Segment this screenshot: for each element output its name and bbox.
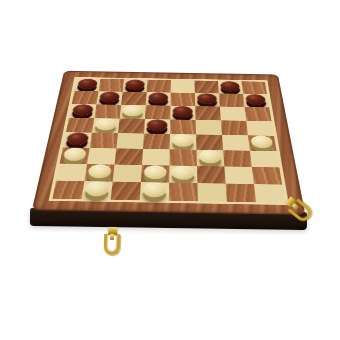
- dark-checker-piece-a3[interactable]: [72, 104, 94, 116]
- dark-checker-piece-a5[interactable]: [66, 132, 90, 145]
- board-square-d1[interactable]: [147, 80, 171, 93]
- board-square-c3[interactable]: [120, 105, 146, 119]
- dark-checker-piece-d2[interactable]: [148, 92, 168, 103]
- board-square-g6[interactable]: [223, 150, 252, 167]
- light-checker-piece-a6[interactable]: [63, 148, 88, 162]
- light-checker-piece-b7[interactable]: [87, 164, 112, 178]
- board-square-c5[interactable]: [116, 133, 144, 149]
- board-square-h4[interactable]: [246, 121, 274, 136]
- board-square-c2[interactable]: [121, 92, 147, 106]
- board-square-f4[interactable]: [196, 120, 222, 135]
- board-square-a1[interactable]: [74, 78, 100, 91]
- light-checker-piece-e5[interactable]: [172, 134, 194, 147]
- board-square-h2[interactable]: [243, 94, 269, 108]
- board-square-d3[interactable]: [145, 105, 171, 119]
- board-square-d8[interactable]: [140, 182, 169, 201]
- board-square-b3[interactable]: [94, 104, 121, 118]
- dark-checker-piece-h2[interactable]: [245, 94, 266, 105]
- board-square-h8[interactable]: [254, 184, 285, 203]
- board-square-a5[interactable]: [63, 132, 92, 148]
- board-square-c7[interactable]: [113, 165, 142, 183]
- board-square-g4[interactable]: [221, 120, 248, 135]
- light-checker-piece-b8[interactable]: [85, 181, 110, 196]
- light-checker-piece-d8[interactable]: [143, 182, 167, 197]
- board-square-b2[interactable]: [96, 91, 122, 105]
- board-square-b7[interactable]: [84, 164, 114, 182]
- board-square-f1[interactable]: [194, 81, 218, 94]
- board-square-c1[interactable]: [123, 79, 148, 92]
- clasp-loop: [104, 234, 121, 256]
- board-square-e3[interactable]: [170, 106, 195, 120]
- dark-checker-piece-a1[interactable]: [77, 79, 98, 89]
- board-square-a6[interactable]: [60, 147, 90, 164]
- dark-checker-piece-g1[interactable]: [220, 81, 240, 92]
- dark-checker-piece-c1[interactable]: [125, 79, 145, 90]
- board-scene: [0, 0, 340, 268]
- board-square-f7[interactable]: [197, 166, 226, 184]
- board-square-c8[interactable]: [111, 182, 141, 201]
- board-square-b1[interactable]: [99, 79, 124, 92]
- board-square-d6[interactable]: [142, 149, 170, 166]
- board-square-g2[interactable]: [219, 93, 245, 107]
- board-square-b8[interactable]: [82, 181, 113, 200]
- board-square-g7[interactable]: [224, 166, 254, 184]
- light-checker-piece-f6[interactable]: [199, 150, 222, 164]
- light-checker-piece-b4[interactable]: [95, 118, 118, 130]
- board-square-d2[interactable]: [146, 92, 171, 106]
- board-square-e6[interactable]: [169, 149, 196, 166]
- board-square-a8[interactable]: [52, 181, 84, 200]
- board-square-f3[interactable]: [195, 106, 221, 120]
- board-square-f2[interactable]: [195, 93, 220, 107]
- board-square-h7[interactable]: [252, 167, 282, 185]
- board-square-h6[interactable]: [250, 151, 279, 168]
- board-square-a4[interactable]: [66, 118, 94, 133]
- board-square-b6[interactable]: [87, 148, 116, 165]
- board-square-b5[interactable]: [90, 133, 118, 149]
- board-square-c6[interactable]: [115, 148, 143, 165]
- board-square-e7[interactable]: [169, 165, 197, 183]
- dark-checker-piece-d4[interactable]: [146, 119, 167, 131]
- board-square-e5[interactable]: [170, 134, 197, 150]
- board-square-f6[interactable]: [196, 150, 224, 167]
- light-checker-piece-e7[interactable]: [172, 166, 195, 180]
- board-square-a2[interactable]: [72, 91, 99, 104]
- board-square-e1[interactable]: [171, 80, 195, 93]
- product-photo-checkers-set: [0, 0, 340, 340]
- board-square-f8[interactable]: [197, 183, 227, 202]
- light-checker-piece-h5[interactable]: [250, 136, 273, 149]
- brass-clasp-left: [103, 227, 122, 256]
- checkers-board: [49, 77, 289, 205]
- board-square-d7[interactable]: [141, 165, 170, 183]
- board-square-d5[interactable]: [143, 134, 170, 150]
- board-square-e2[interactable]: [170, 93, 195, 107]
- board-square-g3[interactable]: [220, 107, 246, 121]
- board-square-a3[interactable]: [69, 104, 96, 118]
- board-square-h3[interactable]: [245, 107, 272, 121]
- dark-checker-piece-b2[interactable]: [99, 91, 120, 102]
- board-square-e8[interactable]: [169, 183, 198, 202]
- board-square-e4[interactable]: [170, 119, 196, 134]
- dark-checker-piece-e3[interactable]: [173, 106, 194, 118]
- light-checker-piece-c3[interactable]: [122, 105, 143, 117]
- board-square-g5[interactable]: [222, 135, 250, 151]
- light-checker-piece-d7[interactable]: [144, 165, 167, 179]
- board-square-g8[interactable]: [226, 184, 256, 203]
- board-square-h1[interactable]: [241, 81, 267, 94]
- board-square-d4[interactable]: [144, 119, 170, 134]
- board-square-f5[interactable]: [196, 134, 223, 150]
- dark-checker-piece-f2[interactable]: [197, 93, 217, 104]
- board-square-h5[interactable]: [248, 135, 277, 151]
- board-square-a7[interactable]: [56, 164, 87, 182]
- board-square-g1[interactable]: [218, 81, 243, 94]
- board-square-c4[interactable]: [118, 119, 145, 134]
- board-square-b4[interactable]: [92, 118, 120, 133]
- board-frame: [32, 71, 306, 215]
